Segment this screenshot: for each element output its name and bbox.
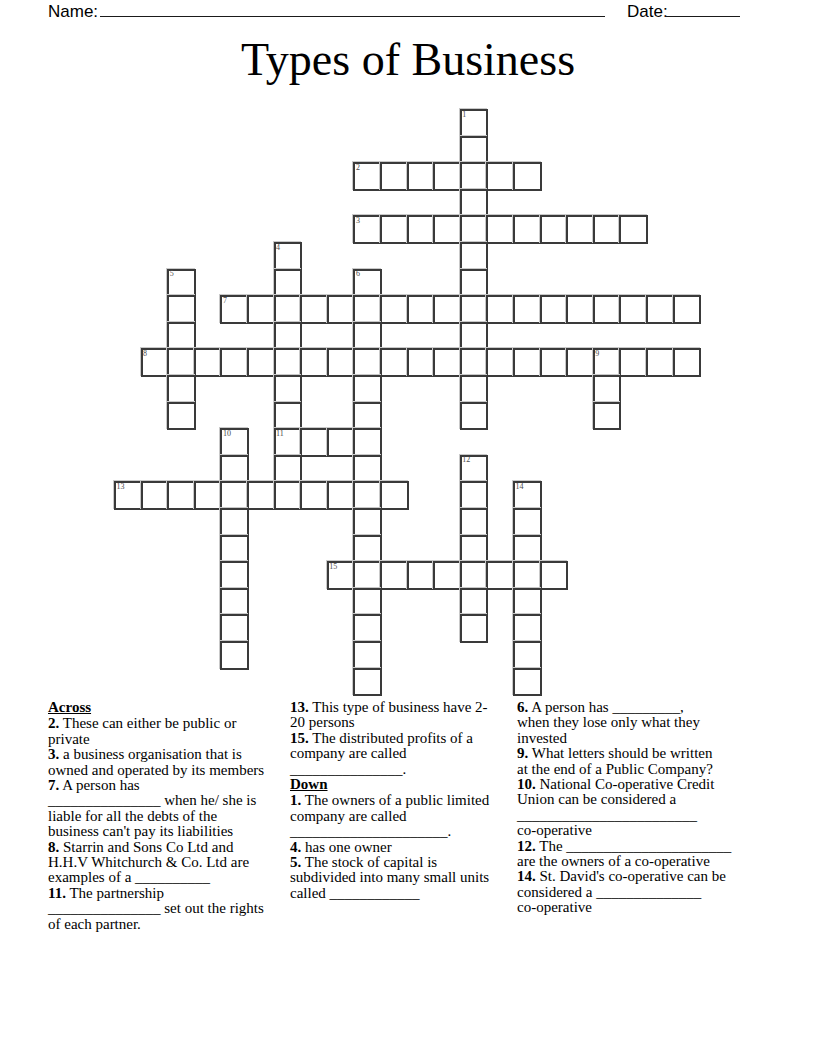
clue-across-3-text: a business organisation that is owned an… <box>48 746 264 777</box>
clue-across-13-text: This type of business have 2- 20 persons <box>290 699 488 730</box>
grid-cell-r16c15[interactable] <box>513 535 542 564</box>
clue-across-15-text: The distributed profits of a company are… <box>290 730 473 777</box>
grid-cell-r7c4[interactable] <box>220 295 249 324</box>
clue-across-7-text: A person has _______________ when he/ sh… <box>48 777 256 839</box>
clue-across-3: 3. a business organisation that is owned… <box>48 747 280 778</box>
clue-across-11-number: 11. <box>48 885 66 901</box>
clue-down-12: 12. The ______________________ are the o… <box>517 839 765 870</box>
grid-cell-r21c9[interactable] <box>353 668 382 697</box>
grid-cell-r17c14[interactable] <box>486 561 515 590</box>
grid-cell-r19c13[interactable] <box>460 614 489 643</box>
clue-across-15: 15. The distributed profits of a company… <box>290 731 512 777</box>
clue-down-4: 4. has one owner <box>290 840 512 855</box>
grid-cell-r11c9[interactable] <box>353 402 382 431</box>
grid-cell-r4c17[interactable] <box>566 215 595 244</box>
grid-cell-r4c12[interactable] <box>433 215 462 244</box>
grid-cell-r7c10[interactable] <box>380 295 409 324</box>
grid-cell-r7c14[interactable] <box>486 295 515 324</box>
grid-cell-r10c9[interactable] <box>353 375 382 404</box>
grid-cell-r9c13[interactable] <box>460 348 489 377</box>
grid-cell-r16c4[interactable] <box>220 535 249 564</box>
clue-down-9-text: What letters should be written at the en… <box>517 745 713 776</box>
grid-cell-r14c6[interactable] <box>274 481 303 510</box>
grid-cell-r2c15[interactable] <box>513 162 542 191</box>
clue-down-14: 14. St. David's co-operative can be cons… <box>517 869 765 915</box>
crossword-grid: 123456789101112131415 <box>114 109 700 695</box>
grid-cell-r10c6[interactable] <box>274 375 303 404</box>
grid-cell-r14c3[interactable] <box>194 481 223 510</box>
grid-cell-r14c8[interactable] <box>327 481 356 510</box>
grid-cell-r15c13[interactable] <box>460 508 489 537</box>
grid-cell-r9c4[interactable] <box>220 348 249 377</box>
grid-cell-r9c11[interactable] <box>407 348 436 377</box>
grid-cell-r7c13[interactable] <box>460 295 489 324</box>
grid-cell-r20c15[interactable] <box>513 641 542 670</box>
grid-cell-r2c12[interactable] <box>433 162 462 191</box>
name-label: Name: <box>48 2 98 22</box>
grid-cell-r15c4[interactable] <box>220 508 249 537</box>
grid-cell-r7c5[interactable] <box>247 295 276 324</box>
grid-cell-r7c9[interactable] <box>353 295 382 324</box>
grid-cell-r12c6[interactable] <box>274 428 303 457</box>
clue-across-8-text: Starrin and Sons Co Ltd and H.H.V Whitch… <box>48 839 249 886</box>
grid-cell-r17c12[interactable] <box>433 561 462 590</box>
grid-cell-r11c2[interactable] <box>167 402 196 431</box>
grid-cell-r18c13[interactable] <box>460 588 489 617</box>
grid-cell-r15c15[interactable] <box>513 508 542 537</box>
grid-cell-r13c6[interactable] <box>274 455 303 484</box>
clue-down-4-number: 4. <box>290 839 301 855</box>
clue-down-9: 9. What letters should be written at the… <box>517 746 765 777</box>
clue-across-8: 8. Starrin and Sons Co Ltd and H.H.V Whi… <box>48 840 280 886</box>
grid-cell-r9c15[interactable] <box>513 348 542 377</box>
grid-cell-r16c9[interactable] <box>353 535 382 564</box>
grid-cell-r8c13[interactable] <box>460 322 489 351</box>
grid-cell-r10c2[interactable] <box>167 375 196 404</box>
grid-cell-r4c16[interactable] <box>540 215 569 244</box>
grid-cell-r20c4[interactable] <box>220 641 249 670</box>
grid-cell-r12c4[interactable] <box>220 428 249 457</box>
grid-cell-r18c4[interactable] <box>220 588 249 617</box>
clue-down-14-number: 14. <box>517 868 536 884</box>
grid-cell-r12c8[interactable] <box>327 428 356 457</box>
grid-cell-r19c9[interactable] <box>353 614 382 643</box>
grid-cell-r12c7[interactable] <box>300 428 329 457</box>
grid-cell-r5c13[interactable] <box>460 242 489 271</box>
grid-cell-r7c12[interactable] <box>433 295 462 324</box>
grid-cell-r7c2[interactable] <box>167 295 196 324</box>
clue-down-10-number: 10. <box>517 776 536 792</box>
clue-across-8-number: 8. <box>48 839 59 855</box>
date-label: Date: <box>627 2 668 22</box>
grid-cell-r14c15[interactable] <box>513 481 542 510</box>
grid-cell-r8c9[interactable] <box>353 322 382 351</box>
clue-down-6: 6. A person has _________, when they los… <box>517 700 765 746</box>
worksheet-page: Name: Date: Types of Business 1234567891… <box>0 0 816 1056</box>
grid-cell-r14c4[interactable] <box>220 481 249 510</box>
grid-cell-r17c10[interactable] <box>380 561 409 590</box>
grid-cell-r19c4[interactable] <box>220 614 249 643</box>
clue-across-2: 2. These can either be public or private <box>48 716 280 747</box>
grid-cell-r15c9[interactable] <box>353 508 382 537</box>
grid-cell-r7c15[interactable] <box>513 295 542 324</box>
grid-cell-r17c4[interactable] <box>220 561 249 590</box>
grid-cell-r2c14[interactable] <box>486 162 515 191</box>
grid-cell-r11c6[interactable] <box>274 402 303 431</box>
clue-across-3-number: 3. <box>48 746 59 762</box>
clue-down-4-text: has one owner <box>301 839 391 855</box>
grid-cell-r6c13[interactable] <box>460 269 489 298</box>
grid-cell-r17c8[interactable] <box>327 561 356 590</box>
grid-cell-r9c6[interactable] <box>274 348 303 377</box>
grid-cell-r9c19[interactable] <box>619 348 648 377</box>
clue-down-14-text: St. David's co-operative can be consider… <box>517 868 726 915</box>
clue-across-13: 13. This type of business have 2- 20 per… <box>290 700 512 731</box>
clue-column-3: 6. A person has _________, when they los… <box>517 700 765 916</box>
grid-cell-r9c21[interactable] <box>673 348 702 377</box>
grid-cell-r17c13[interactable] <box>460 561 489 590</box>
grid-cell-r1c13[interactable] <box>460 136 489 165</box>
grid-cell-r8c2[interactable] <box>167 322 196 351</box>
grid-cell-r16c13[interactable] <box>460 535 489 564</box>
grid-cell-r9c20[interactable] <box>646 348 675 377</box>
grid-cell-r0c13[interactable] <box>460 109 489 138</box>
grid-cell-r9c2[interactable] <box>167 348 196 377</box>
grid-cell-r7c17[interactable] <box>566 295 595 324</box>
grid-cell-r2c13[interactable] <box>460 162 489 191</box>
grid-cell-r5c6[interactable] <box>274 242 303 271</box>
clue-down-12-number: 12. <box>517 838 536 854</box>
grid-cell-r21c15[interactable] <box>513 668 542 697</box>
grid-cell-r6c9[interactable] <box>353 269 382 298</box>
clue-down-1-text: The owners of a public limited company a… <box>290 792 489 839</box>
grid-cell-r2c11[interactable] <box>407 162 436 191</box>
grid-cell-r6c2[interactable] <box>167 269 196 298</box>
grid-cell-r7c16[interactable] <box>540 295 569 324</box>
clue-across-15-number: 15. <box>290 730 309 746</box>
grid-cell-r10c13[interactable] <box>460 375 489 404</box>
grid-cell-r7c11[interactable] <box>407 295 436 324</box>
clue-down-10: 10. National Co-operative Credit Union c… <box>517 777 765 839</box>
grid-cell-r14c7[interactable] <box>300 481 329 510</box>
clue-column-1: Across2. These can either be public or p… <box>48 700 280 932</box>
grid-cell-r13c9[interactable] <box>353 455 382 484</box>
clue-down-6-number: 6. <box>517 699 528 715</box>
grid-cell-r7c7[interactable] <box>300 295 329 324</box>
grid-cell-r14c10[interactable] <box>380 481 409 510</box>
grid-cell-r13c13[interactable] <box>460 455 489 484</box>
grid-cell-r6c6[interactable] <box>274 269 303 298</box>
grid-cell-r17c9[interactable] <box>353 561 382 590</box>
clue-down-5: 5. The stock of capital is subdivided in… <box>290 855 512 901</box>
grid-cell-r7c8[interactable] <box>327 295 356 324</box>
clue-list-header-down: Down <box>290 777 512 792</box>
grid-cell-r4c14[interactable] <box>486 215 515 244</box>
clue-down-1: 1. The owners of a public limited compan… <box>290 793 512 839</box>
grid-cell-r12c9[interactable] <box>353 428 382 457</box>
grid-cell-r9c5[interactable] <box>247 348 276 377</box>
grid-cell-r7c6[interactable] <box>274 295 303 324</box>
grid-cell-r14c2[interactable] <box>167 481 196 510</box>
clue-across-7-number: 7. <box>48 777 59 793</box>
grid-cell-r7c18[interactable] <box>593 295 622 324</box>
grid-cell-r13c4[interactable] <box>220 455 249 484</box>
grid-cell-r4c10[interactable] <box>380 215 409 244</box>
grid-cell-r4c18[interactable] <box>593 215 622 244</box>
grid-cell-r19c15[interactable] <box>513 614 542 643</box>
clue-down-9-number: 9. <box>517 745 528 761</box>
grid-cell-r18c9[interactable] <box>353 588 382 617</box>
clue-down-5-text: The stock of capital is subdivided into … <box>290 854 489 901</box>
grid-cell-r4c9[interactable] <box>353 215 382 244</box>
grid-cell-r9c9[interactable] <box>353 348 382 377</box>
clue-across-2-number: 2. <box>48 715 59 731</box>
grid-cell-r8c6[interactable] <box>274 322 303 351</box>
clue-across-2-text: These can either be public or private <box>48 715 236 746</box>
grid-cell-r17c15[interactable] <box>513 561 542 590</box>
name-fill-line[interactable] <box>100 16 605 17</box>
grid-cell-r10c18[interactable] <box>593 375 622 404</box>
grid-cell-r9c3[interactable] <box>194 348 223 377</box>
clue-down-5-number: 5. <box>290 854 301 870</box>
grid-cell-r4c15[interactable] <box>513 215 542 244</box>
grid-cell-r4c13[interactable] <box>460 215 489 244</box>
grid-cell-r20c9[interactable] <box>353 641 382 670</box>
grid-cell-r9c18[interactable] <box>593 348 622 377</box>
grid-cell-r18c15[interactable] <box>513 588 542 617</box>
clue-list-header-across: Across <box>48 700 280 715</box>
clue-across-11: 11. The partnership _______________ set … <box>48 886 280 932</box>
grid-cell-r7c20[interactable] <box>646 295 675 324</box>
grid-cell-r9c12[interactable] <box>433 348 462 377</box>
page-title: Types of Business <box>0 33 816 86</box>
clue-across-7: 7. A person has _______________ when he/… <box>48 778 280 840</box>
grid-cell-r4c11[interactable] <box>407 215 436 244</box>
grid-cell-r11c18[interactable] <box>593 402 622 431</box>
clue-down-6-text: A person has _________, when they lose o… <box>517 699 700 746</box>
grid-cell-r14c9[interactable] <box>353 481 382 510</box>
grid-cell-r9c1[interactable] <box>141 348 170 377</box>
clue-down-12-text: The ______________________ are the owner… <box>517 838 731 869</box>
grid-cell-r17c16[interactable] <box>540 561 569 590</box>
grid-cell-r17c11[interactable] <box>407 561 436 590</box>
clue-across-13-number: 13. <box>290 699 309 715</box>
grid-cell-r9c14[interactable] <box>486 348 515 377</box>
date-fill-line[interactable] <box>666 16 740 17</box>
clue-down-10-text: National Co-operative Credit Union can b… <box>517 776 714 838</box>
grid-cell-r9c8[interactable] <box>327 348 356 377</box>
grid-cell-r9c10[interactable] <box>380 348 409 377</box>
clue-across-11-text: The partnership _______________ set out … <box>48 885 264 932</box>
grid-cell-r9c7[interactable] <box>300 348 329 377</box>
grid-cell-r14c0[interactable] <box>114 481 143 510</box>
clue-column-2: 13. This type of business have 2- 20 per… <box>290 700 512 901</box>
grid-cell-r7c21[interactable] <box>673 295 702 324</box>
grid-cell-r14c5[interactable] <box>247 481 276 510</box>
clue-down-1-number: 1. <box>290 792 301 808</box>
grid-cell-r3c13[interactable] <box>460 189 489 218</box>
grid-cell-r14c1[interactable] <box>141 481 170 510</box>
grid-cell-r2c9[interactable] <box>353 162 382 191</box>
grid-cell-r9c17[interactable] <box>566 348 595 377</box>
grid-cell-r11c13[interactable] <box>460 402 489 431</box>
grid-cell-r7c19[interactable] <box>619 295 648 324</box>
grid-cell-r9c16[interactable] <box>540 348 569 377</box>
grid-cell-r14c13[interactable] <box>460 481 489 510</box>
grid-cell-r2c10[interactable] <box>380 162 409 191</box>
grid-cell-r4c19[interactable] <box>619 215 648 244</box>
